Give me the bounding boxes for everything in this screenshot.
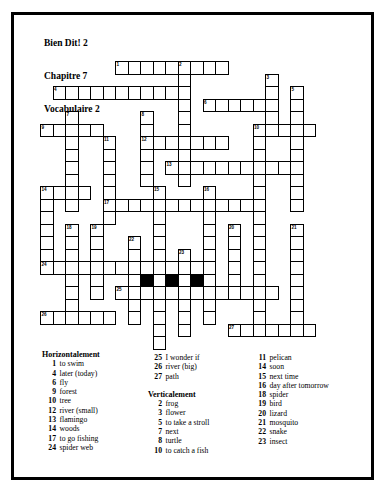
clue-number: 3 — [266, 75, 269, 80]
grid-cell[interactable] — [215, 136, 229, 150]
clue-item-number: 26 — [148, 362, 162, 371]
clue-column-3: 11pelican14soon15next time16day after to… — [252, 350, 378, 446]
clue-number: 1 — [116, 62, 119, 67]
clue-item-number: 23 — [252, 437, 266, 446]
clue-number: 15 — [154, 187, 159, 192]
clue-item-down-21: 21mosquito — [252, 418, 378, 427]
clue-column-2: 25I wonder if26river (big)27pathVertical… — [148, 350, 250, 455]
clue-item-down-3: 3flower — [148, 408, 250, 417]
clue-item-text: day after tomorrow — [270, 381, 329, 390]
clue-number: 25 — [116, 287, 121, 292]
clue-item-text: pelican — [270, 353, 292, 362]
clue-item-text: spider — [270, 390, 289, 399]
down-header: Verticalement — [148, 390, 250, 399]
clue-item-number: 15 — [252, 372, 266, 381]
clue-item-down-14: 14soon — [252, 362, 378, 371]
clue-item-text: path — [166, 372, 179, 381]
clue-item-text: spider web — [60, 443, 94, 452]
clue-item-number: 16 — [252, 381, 266, 390]
clue-number: 11 — [104, 137, 109, 142]
clue-item-number: 5 — [148, 418, 162, 427]
clue-number: 24 — [41, 262, 46, 267]
clue-item-text: insect — [270, 437, 288, 446]
grid-cell[interactable] — [178, 324, 192, 338]
clue-number: 5 — [291, 87, 294, 92]
clue-item-text: river (small) — [60, 406, 98, 415]
clue-item-number: 6 — [42, 378, 56, 387]
clue-item-text: bird — [270, 399, 282, 408]
clue-item-number: 19 — [252, 399, 266, 408]
clue-item-text: fly — [60, 378, 69, 387]
clue-item-text: to catch a fish — [166, 446, 209, 455]
clue-item-number: 10 — [42, 396, 56, 405]
clue-item-number: 10 — [148, 446, 162, 455]
clue-item-number: 20 — [252, 409, 266, 418]
clue-item-down-19: 19bird — [252, 399, 378, 408]
clue-number: 23 — [179, 250, 184, 255]
clue-item-number: 25 — [148, 353, 162, 362]
grid-cell[interactable] — [303, 324, 317, 338]
clue-item-across-1: 1to swim — [42, 359, 146, 368]
clue-item-down-8: 8turtle — [148, 436, 250, 445]
clue-number: 27 — [229, 325, 234, 330]
clue-item-down-15: 15next time — [252, 372, 378, 381]
clue-item-across-14: 14woods — [42, 424, 146, 433]
clue-item-text: to take a stroll — [166, 418, 210, 427]
clue-number: 16 — [204, 187, 209, 192]
clue-item-down-18: 18spider — [252, 390, 378, 399]
clue-item-down-20: 20lizard — [252, 409, 378, 418]
grid-cell[interactable] — [65, 199, 79, 213]
grid-cell[interactable] — [153, 336, 167, 350]
clue-item-text: mosquito — [270, 418, 299, 427]
clue-item-text: I wonder if — [166, 353, 200, 362]
clue-number: 2 — [179, 62, 182, 67]
grid-cell[interactable] — [103, 211, 117, 225]
clue-number: 9 — [41, 125, 44, 130]
clue-item-across-13: 13flamingo — [42, 415, 146, 424]
clue-item-number: 24 — [42, 443, 56, 452]
clue-number: 21 — [291, 225, 296, 230]
across-header: Horizontalement — [42, 350, 146, 359]
clue-item-text: forest — [60, 387, 78, 396]
clue-number: 12 — [141, 137, 146, 142]
clue-item-number: 17 — [42, 434, 56, 443]
clue-item-text: tree — [60, 396, 72, 405]
clue-item-text: soon — [270, 362, 285, 371]
clue-item-number: 4 — [42, 369, 56, 378]
clue-item-across-25: 25I wonder if — [148, 353, 250, 362]
clue-item-across-24: 24spider web — [42, 443, 146, 452]
clue-item-text: river (big) — [166, 362, 197, 371]
clue-item-text: lizard — [270, 409, 288, 418]
clue-item-across-17: 17to go fishing — [42, 434, 146, 443]
clue-item-text: to go fishing — [60, 434, 99, 443]
clue-item-number: 14 — [42, 424, 56, 433]
clue-number: 8 — [141, 112, 144, 117]
clue-item-number: 13 — [42, 415, 56, 424]
clue-item-down-23: 23insect — [252, 437, 378, 446]
clue-item-number: 18 — [252, 390, 266, 399]
clue-item-number: 1 — [42, 359, 56, 368]
clue-number: 10 — [254, 125, 259, 130]
grid-cell[interactable] — [90, 286, 104, 300]
clue-item-text: flower — [166, 408, 186, 417]
clue-item-text: flamingo — [60, 415, 88, 424]
clue-number: 17 — [104, 200, 109, 205]
clue-item-number: 9 — [42, 387, 56, 396]
clue-item-down-5: 5to take a stroll — [148, 418, 250, 427]
clue-item-text: next time — [270, 372, 299, 381]
clue-item-text: frog — [166, 399, 179, 408]
grid-cell[interactable] — [128, 311, 142, 325]
clue-number: 20 — [229, 225, 234, 230]
grid-cell[interactable] — [303, 124, 317, 138]
title-line-1: Bien Dit! 2 — [44, 38, 100, 49]
clue-item-down-11: 11pelican — [252, 353, 378, 362]
clue-number: 14 — [41, 187, 46, 192]
clue-number: 19 — [91, 225, 96, 230]
clue-item-number: 21 — [252, 418, 266, 427]
clue-item-number: 12 — [42, 406, 56, 415]
clue-item-number: 7 — [148, 427, 162, 436]
clue-item-text: turtle — [166, 436, 182, 445]
clue-item-number: 14 — [252, 362, 266, 371]
grid-cell[interactable] — [265, 286, 279, 300]
clue-item-text: woods — [60, 424, 80, 433]
clue-number: 7 — [66, 112, 69, 117]
clue-item-number: 27 — [148, 372, 162, 381]
clue-number: 13 — [166, 162, 171, 167]
clue-item-across-9: 9forest — [42, 387, 146, 396]
clue-item-down-7: 7next — [148, 427, 250, 436]
clue-item-text: to swim — [60, 359, 85, 368]
grid-cell[interactable] — [203, 311, 217, 325]
clue-item-across-6: 6fly — [42, 378, 146, 387]
clue-number: 26 — [41, 312, 46, 317]
clue-item-text: snake — [270, 427, 288, 436]
clue-item-down-2: 2frog — [148, 399, 250, 408]
clue-item-across-10: 10tree — [42, 396, 146, 405]
clue-item-number: 2 — [148, 399, 162, 408]
clue-item-text: later (today) — [60, 369, 98, 378]
title-line-2: Chapitre 7 — [44, 71, 100, 82]
clue-item-number: 8 — [148, 436, 162, 445]
grid-cell[interactable] — [178, 174, 192, 188]
clue-item-number: 22 — [252, 427, 266, 436]
clue-number: 18 — [66, 225, 71, 230]
clue-item-across-4: 4later (today) — [42, 369, 146, 378]
grid-cell[interactable] — [103, 311, 117, 325]
clue-item-down-22: 22snake — [252, 427, 378, 436]
clue-number: 6 — [204, 100, 207, 105]
clue-item-down-16: 16day after tomorrow — [252, 381, 378, 390]
grid-cell[interactable] — [78, 186, 92, 200]
clue-column-1: Horizontalement1to swim4later (today)6fl… — [42, 350, 146, 452]
clue-number: 4 — [54, 87, 57, 92]
clue-item-number: 11 — [252, 353, 266, 362]
clue-number: 22 — [129, 237, 134, 242]
worksheet-title: Bien Dit! 2 Chapitre 7 Vocabulaire 2 — [44, 16, 100, 126]
clue-item-number: 3 — [148, 408, 162, 417]
clue-item-across-26: 26river (big) — [148, 362, 250, 371]
grid-cell[interactable] — [290, 199, 304, 213]
clue-item-down-10: 10to catch a fish — [148, 446, 250, 455]
clue-gap — [148, 381, 250, 390]
clue-item-across-12: 12river (small) — [42, 406, 146, 415]
clue-item-text: next — [166, 427, 179, 436]
grid-cell[interactable] — [215, 61, 229, 75]
clue-item-across-27: 27path — [148, 372, 250, 381]
